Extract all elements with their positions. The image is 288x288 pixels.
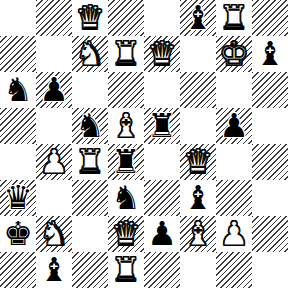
square-d2[interactable]: ♛	[108, 216, 144, 252]
square-a7[interactable]	[0, 36, 36, 72]
white-queen: ♛	[183, 145, 213, 178]
white-queen: ♛	[75, 1, 105, 34]
square-e5[interactable]: ♜	[144, 108, 180, 144]
black-pawn: ♟	[147, 217, 177, 250]
square-d7[interactable]: ♜	[108, 36, 144, 72]
square-b1[interactable]: ♝	[36, 252, 72, 288]
square-f7[interactable]	[180, 36, 216, 72]
square-a2[interactable]: ♚	[0, 216, 36, 252]
square-b4[interactable]: ♟	[36, 144, 72, 180]
square-b8[interactable]	[36, 0, 72, 36]
square-c5[interactable]: ♞	[72, 108, 108, 144]
square-b6[interactable]: ♟	[36, 72, 72, 108]
black-rook: ♜	[147, 109, 177, 142]
black-bishop: ♝	[183, 1, 213, 34]
square-b3[interactable]	[36, 180, 72, 216]
square-d5[interactable]: ♝	[108, 108, 144, 144]
square-c1[interactable]	[72, 252, 108, 288]
square-g4[interactable]	[216, 144, 252, 180]
square-g7[interactable]: ♚	[216, 36, 252, 72]
black-queen: ♛	[3, 181, 33, 214]
square-g1[interactable]	[216, 252, 252, 288]
white-rook: ♜	[111, 253, 141, 286]
black-king: ♚	[3, 217, 33, 250]
square-a5[interactable]	[0, 108, 36, 144]
square-g6[interactable]	[216, 72, 252, 108]
square-f8[interactable]: ♝	[180, 0, 216, 36]
black-bishop: ♝	[39, 253, 69, 286]
square-e4[interactable]	[144, 144, 180, 180]
square-e3[interactable]	[144, 180, 180, 216]
black-pawn: ♟	[39, 73, 69, 106]
white-queen: ♛	[147, 37, 177, 70]
square-c3[interactable]	[72, 180, 108, 216]
square-e2[interactable]: ♟	[144, 216, 180, 252]
black-knight: ♞	[75, 109, 105, 142]
square-e7[interactable]: ♛	[144, 36, 180, 72]
square-e6[interactable]	[144, 72, 180, 108]
square-f5[interactable]	[180, 108, 216, 144]
chess-board: ♛♝♜♞♜♛♚♝♞♟♞♝♜♟♟♜♜♛♛♞♝♚♞♛♟♝♟♝♜	[0, 0, 288, 288]
black-bishop: ♝	[255, 37, 285, 70]
square-h4[interactable]	[252, 144, 288, 180]
square-c6[interactable]	[72, 72, 108, 108]
white-knight: ♞	[75, 37, 105, 70]
square-f1[interactable]	[180, 252, 216, 288]
square-g2[interactable]: ♟	[216, 216, 252, 252]
white-king: ♚	[219, 37, 249, 70]
square-b2[interactable]: ♞	[36, 216, 72, 252]
square-d1[interactable]: ♜	[108, 252, 144, 288]
white-rook: ♜	[75, 145, 105, 178]
square-f6[interactable]	[180, 72, 216, 108]
square-b5[interactable]	[36, 108, 72, 144]
square-g8[interactable]: ♜	[216, 0, 252, 36]
black-pawn: ♟	[219, 109, 249, 142]
square-h7[interactable]: ♝	[252, 36, 288, 72]
square-d3[interactable]: ♞	[108, 180, 144, 216]
white-pawn: ♟	[39, 145, 69, 178]
white-pawn: ♟	[219, 217, 249, 250]
square-f4[interactable]: ♛	[180, 144, 216, 180]
square-f3[interactable]: ♝	[180, 180, 216, 216]
white-rook: ♜	[111, 37, 141, 70]
square-d4[interactable]: ♜	[108, 144, 144, 180]
square-h8[interactable]	[252, 0, 288, 36]
square-e1[interactable]	[144, 252, 180, 288]
square-a3[interactable]: ♛	[0, 180, 36, 216]
white-bishop: ♝	[183, 217, 213, 250]
black-bishop: ♝	[183, 181, 213, 214]
square-b7[interactable]	[36, 36, 72, 72]
square-c2[interactable]	[72, 216, 108, 252]
square-c8[interactable]: ♛	[72, 0, 108, 36]
white-queen: ♛	[111, 217, 141, 250]
black-knight: ♞	[3, 73, 33, 106]
white-knight: ♞	[39, 217, 69, 250]
square-g3[interactable]	[216, 180, 252, 216]
square-a6[interactable]: ♞	[0, 72, 36, 108]
square-g5[interactable]: ♟	[216, 108, 252, 144]
square-h2[interactable]	[252, 216, 288, 252]
white-rook: ♜	[219, 1, 249, 34]
square-e8[interactable]	[144, 0, 180, 36]
square-c7[interactable]: ♞	[72, 36, 108, 72]
square-a4[interactable]	[0, 144, 36, 180]
square-h1[interactable]	[252, 252, 288, 288]
square-c4[interactable]: ♜	[72, 144, 108, 180]
square-f2[interactable]: ♝	[180, 216, 216, 252]
square-h6[interactable]	[252, 72, 288, 108]
square-d6[interactable]	[108, 72, 144, 108]
white-bishop: ♝	[111, 109, 141, 142]
black-knight: ♞	[111, 181, 141, 214]
square-d8[interactable]	[108, 0, 144, 36]
square-h3[interactable]	[252, 180, 288, 216]
square-a1[interactable]	[0, 252, 36, 288]
square-a8[interactable]	[0, 0, 36, 36]
square-h5[interactable]	[252, 108, 288, 144]
black-rook: ♜	[111, 145, 141, 178]
